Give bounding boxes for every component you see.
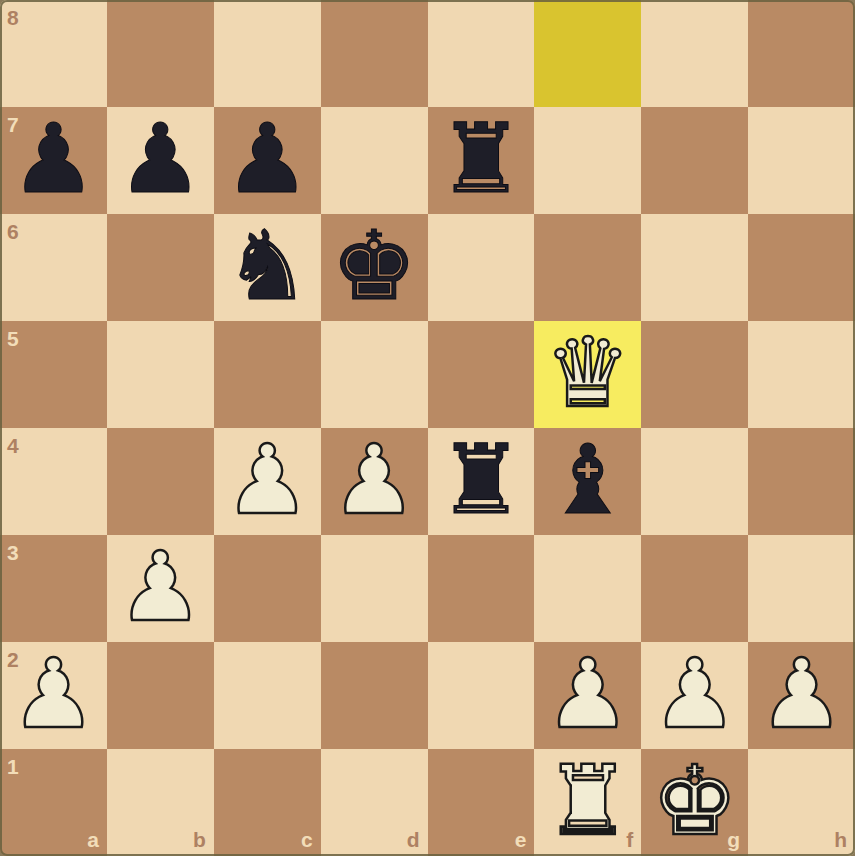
piece-white-king[interactable]: ♚ bbox=[652, 753, 738, 849]
file-label-c: c bbox=[301, 829, 313, 850]
square-c3[interactable] bbox=[214, 535, 321, 642]
piece-white-pawn[interactable]: ♟ bbox=[117, 539, 203, 635]
square-a8[interactable]: 8 bbox=[0, 0, 107, 107]
square-d2[interactable] bbox=[321, 642, 428, 749]
square-f8[interactable] bbox=[534, 0, 641, 107]
rank-label-2: 2 bbox=[7, 649, 19, 670]
rank-label-8: 8 bbox=[7, 7, 19, 28]
chess-board[interactable]: 87♟♟♟♜6♞♚5♛4♟♟♜♝3♟2♟♟♟♟1abcdef♜g♚h bbox=[0, 0, 855, 856]
piece-white-pawn[interactable]: ♟ bbox=[224, 432, 310, 528]
square-h1[interactable]: h bbox=[748, 749, 855, 856]
square-h5[interactable] bbox=[748, 321, 855, 428]
rank-label-3: 3 bbox=[7, 542, 19, 563]
square-f6[interactable] bbox=[534, 214, 641, 321]
square-c2[interactable] bbox=[214, 642, 321, 749]
file-label-h: h bbox=[834, 829, 847, 850]
square-d1[interactable]: d bbox=[321, 749, 428, 856]
square-f1[interactable]: f♜ bbox=[534, 749, 641, 856]
square-a1[interactable]: 1a bbox=[0, 749, 107, 856]
square-d4[interactable]: ♟ bbox=[321, 428, 428, 535]
piece-black-king[interactable]: ♚ bbox=[331, 218, 417, 314]
square-c6[interactable]: ♞ bbox=[214, 214, 321, 321]
square-b2[interactable] bbox=[107, 642, 214, 749]
square-f4[interactable]: ♝ bbox=[534, 428, 641, 535]
rank-label-4: 4 bbox=[7, 435, 19, 456]
piece-black-knight[interactable]: ♞ bbox=[224, 218, 310, 314]
square-b4[interactable] bbox=[107, 428, 214, 535]
square-c4[interactable]: ♟ bbox=[214, 428, 321, 535]
piece-white-pawn[interactable]: ♟ bbox=[759, 646, 845, 742]
square-c5[interactable] bbox=[214, 321, 321, 428]
square-b3[interactable]: ♟ bbox=[107, 535, 214, 642]
square-f7[interactable] bbox=[534, 107, 641, 214]
piece-white-pawn[interactable]: ♟ bbox=[10, 646, 96, 742]
square-g7[interactable] bbox=[641, 107, 748, 214]
square-b7[interactable]: ♟ bbox=[107, 107, 214, 214]
square-e1[interactable]: e bbox=[428, 749, 535, 856]
piece-white-queen[interactable]: ♛ bbox=[545, 325, 631, 421]
square-g2[interactable]: ♟ bbox=[641, 642, 748, 749]
square-e7[interactable]: ♜ bbox=[428, 107, 535, 214]
square-b6[interactable] bbox=[107, 214, 214, 321]
square-d7[interactable] bbox=[321, 107, 428, 214]
file-label-d: d bbox=[407, 829, 420, 850]
piece-white-pawn[interactable]: ♟ bbox=[545, 646, 631, 742]
square-a7[interactable]: 7♟ bbox=[0, 107, 107, 214]
file-label-e: e bbox=[515, 829, 527, 850]
square-a5[interactable]: 5 bbox=[0, 321, 107, 428]
square-h8[interactable] bbox=[748, 0, 855, 107]
square-g8[interactable] bbox=[641, 0, 748, 107]
square-e5[interactable] bbox=[428, 321, 535, 428]
file-label-f: f bbox=[626, 829, 633, 850]
square-e4[interactable]: ♜ bbox=[428, 428, 535, 535]
square-g4[interactable] bbox=[641, 428, 748, 535]
piece-black-pawn[interactable]: ♟ bbox=[224, 111, 310, 207]
rank-label-5: 5 bbox=[7, 328, 19, 349]
square-d3[interactable] bbox=[321, 535, 428, 642]
square-a4[interactable]: 4 bbox=[0, 428, 107, 535]
square-f2[interactable]: ♟ bbox=[534, 642, 641, 749]
square-h2[interactable]: ♟ bbox=[748, 642, 855, 749]
square-e3[interactable] bbox=[428, 535, 535, 642]
rank-label-1: 1 bbox=[7, 756, 19, 777]
square-b1[interactable]: b bbox=[107, 749, 214, 856]
rank-label-6: 6 bbox=[7, 221, 19, 242]
chess-board-widget: 87♟♟♟♜6♞♚5♛4♟♟♜♝3♟2♟♟♟♟1abcdef♜g♚h bbox=[0, 0, 855, 856]
square-h4[interactable] bbox=[748, 428, 855, 535]
square-h6[interactable] bbox=[748, 214, 855, 321]
square-e8[interactable] bbox=[428, 0, 535, 107]
square-b5[interactable] bbox=[107, 321, 214, 428]
square-h3[interactable] bbox=[748, 535, 855, 642]
piece-white-rook[interactable]: ♜ bbox=[545, 753, 631, 849]
square-d5[interactable] bbox=[321, 321, 428, 428]
piece-white-pawn[interactable]: ♟ bbox=[331, 432, 417, 528]
file-label-b: b bbox=[193, 829, 206, 850]
piece-black-rook[interactable]: ♜ bbox=[438, 111, 524, 207]
square-g6[interactable] bbox=[641, 214, 748, 321]
square-a6[interactable]: 6 bbox=[0, 214, 107, 321]
piece-black-bishop[interactable]: ♝ bbox=[545, 432, 631, 528]
square-d8[interactable] bbox=[321, 0, 428, 107]
square-h7[interactable] bbox=[748, 107, 855, 214]
file-label-a: a bbox=[87, 829, 99, 850]
square-f3[interactable] bbox=[534, 535, 641, 642]
square-c7[interactable]: ♟ bbox=[214, 107, 321, 214]
rank-label-7: 7 bbox=[7, 114, 19, 135]
square-b8[interactable] bbox=[107, 0, 214, 107]
square-f5[interactable]: ♛ bbox=[534, 321, 641, 428]
file-label-g: g bbox=[727, 829, 740, 850]
square-g1[interactable]: g♚ bbox=[641, 749, 748, 856]
piece-black-pawn[interactable]: ♟ bbox=[10, 111, 96, 207]
square-e6[interactable] bbox=[428, 214, 535, 321]
piece-black-rook[interactable]: ♜ bbox=[438, 432, 524, 528]
square-g3[interactable] bbox=[641, 535, 748, 642]
square-c8[interactable] bbox=[214, 0, 321, 107]
square-c1[interactable]: c bbox=[214, 749, 321, 856]
square-g5[interactable] bbox=[641, 321, 748, 428]
square-a3[interactable]: 3 bbox=[0, 535, 107, 642]
square-d6[interactable]: ♚ bbox=[321, 214, 428, 321]
square-e2[interactable] bbox=[428, 642, 535, 749]
piece-white-pawn[interactable]: ♟ bbox=[652, 646, 738, 742]
piece-black-pawn[interactable]: ♟ bbox=[117, 111, 203, 207]
square-a2[interactable]: 2♟ bbox=[0, 642, 107, 749]
